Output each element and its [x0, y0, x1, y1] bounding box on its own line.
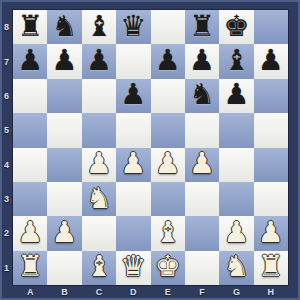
white-bishop[interactable]: ♝	[86, 252, 112, 281]
square-g2[interactable]: ♟	[219, 216, 253, 250]
square-d4[interactable]: ♟	[116, 148, 150, 182]
square-b8[interactable]: ♞	[47, 10, 81, 44]
black-pawn[interactable]: ♟	[120, 80, 146, 109]
chess-board-frame: 8 7 6 5 4 3 2 1 ♜♞♝♛♜♚♟♟♟♟♟♝♟♟♞♟♟♟♟♟♞♟♟♝…	[0, 0, 300, 300]
white-pawn[interactable]: ♟	[120, 149, 146, 178]
rank-label-4: 4	[0, 148, 13, 182]
square-c4[interactable]: ♟	[82, 148, 116, 182]
white-bishop[interactable]: ♝	[155, 218, 181, 247]
white-rook[interactable]: ♜	[258, 252, 284, 281]
black-pawn[interactable]: ♟	[155, 46, 181, 75]
white-pawn[interactable]: ♟	[86, 149, 112, 178]
square-c7[interactable]: ♟	[82, 44, 116, 78]
square-a6[interactable]	[13, 79, 47, 113]
square-g7[interactable]: ♝	[219, 44, 253, 78]
file-label-h: H	[254, 284, 288, 300]
white-pawn[interactable]: ♟	[17, 218, 43, 247]
square-b7[interactable]: ♟	[47, 44, 81, 78]
black-pawn[interactable]: ♟	[189, 46, 215, 75]
square-d5[interactable]	[116, 113, 150, 147]
square-g6[interactable]: ♟	[219, 79, 253, 113]
square-e6[interactable]	[151, 79, 185, 113]
square-h1[interactable]: ♜	[254, 251, 288, 285]
rank-label-8: 8	[0, 10, 13, 44]
square-e7[interactable]: ♟	[151, 44, 185, 78]
square-e2[interactable]: ♝	[151, 216, 185, 250]
file-label-f: F	[185, 284, 219, 300]
square-g1[interactable]: ♞	[219, 251, 253, 285]
square-e1[interactable]: ♚	[151, 251, 185, 285]
file-label-g: G	[219, 284, 253, 300]
square-d6[interactable]: ♟	[116, 79, 150, 113]
square-c3[interactable]: ♞	[82, 182, 116, 216]
white-pawn[interactable]: ♟	[52, 218, 78, 247]
square-f5[interactable]	[185, 113, 219, 147]
square-b5[interactable]	[47, 113, 81, 147]
square-e4[interactable]: ♟	[151, 148, 185, 182]
white-pawn[interactable]: ♟	[189, 149, 215, 178]
square-a7[interactable]: ♟	[13, 44, 47, 78]
square-a5[interactable]	[13, 113, 47, 147]
square-b6[interactable]	[47, 79, 81, 113]
black-bishop[interactable]: ♝	[86, 12, 112, 41]
square-f1[interactable]	[185, 251, 219, 285]
square-c2[interactable]	[82, 216, 116, 250]
black-king[interactable]: ♚	[223, 12, 249, 41]
rank-label-3: 3	[0, 182, 13, 216]
file-label-d: D	[116, 284, 150, 300]
black-knight[interactable]: ♞	[189, 80, 215, 109]
black-rook[interactable]: ♜	[17, 12, 43, 41]
square-c6[interactable]	[82, 79, 116, 113]
square-g8[interactable]: ♚	[219, 10, 253, 44]
black-pawn[interactable]: ♟	[17, 46, 43, 75]
square-g5[interactable]	[219, 113, 253, 147]
square-g3[interactable]	[219, 182, 253, 216]
file-labels: A B C D E F G H	[13, 284, 288, 300]
square-h3[interactable]	[254, 182, 288, 216]
square-c1[interactable]: ♝	[82, 251, 116, 285]
square-c8[interactable]: ♝	[82, 10, 116, 44]
square-g4[interactable]	[219, 148, 253, 182]
square-b3[interactable]	[47, 182, 81, 216]
square-b2[interactable]: ♟	[47, 216, 81, 250]
square-b4[interactable]	[47, 148, 81, 182]
white-knight[interactable]: ♞	[223, 252, 249, 281]
square-a3[interactable]	[13, 182, 47, 216]
black-rook[interactable]: ♜	[189, 12, 215, 41]
square-d1[interactable]: ♛	[116, 251, 150, 285]
square-d7[interactable]	[116, 44, 150, 78]
square-e5[interactable]	[151, 113, 185, 147]
square-h8[interactable]	[254, 10, 288, 44]
square-d8[interactable]: ♛	[116, 10, 150, 44]
file-label-c: C	[82, 284, 116, 300]
square-f2[interactable]	[185, 216, 219, 250]
black-knight[interactable]: ♞	[52, 12, 78, 41]
rank-label-1: 1	[0, 251, 13, 285]
black-pawn[interactable]: ♟	[52, 46, 78, 75]
file-label-a: A	[13, 284, 47, 300]
rank-label-6: 6	[0, 79, 13, 113]
square-h2[interactable]: ♟	[254, 216, 288, 250]
white-knight[interactable]: ♞	[86, 184, 112, 213]
square-f6[interactable]: ♞	[185, 79, 219, 113]
square-h4[interactable]	[254, 148, 288, 182]
square-h7[interactable]: ♟	[254, 44, 288, 78]
black-pawn[interactable]: ♟	[223, 80, 249, 109]
square-a4[interactable]	[13, 148, 47, 182]
square-h5[interactable]	[254, 113, 288, 147]
square-c5[interactable]	[82, 113, 116, 147]
black-bishop[interactable]: ♝	[223, 46, 249, 75]
chess-board[interactable]: ♜♞♝♛♜♚♟♟♟♟♟♝♟♟♞♟♟♟♟♟♞♟♟♝♟♟♜♝♛♚♞♜	[13, 10, 288, 285]
square-h6[interactable]	[254, 79, 288, 113]
white-rook[interactable]: ♜	[17, 252, 43, 281]
white-pawn[interactable]: ♟	[223, 218, 249, 247]
white-pawn[interactable]: ♟	[155, 149, 181, 178]
file-label-b: B	[47, 284, 81, 300]
square-d2[interactable]	[116, 216, 150, 250]
square-f7[interactable]: ♟	[185, 44, 219, 78]
square-e3[interactable]	[151, 182, 185, 216]
white-king[interactable]: ♚	[155, 252, 181, 281]
file-label-e: E	[151, 284, 185, 300]
rank-label-5: 5	[0, 113, 13, 147]
square-b1[interactable]	[47, 251, 81, 285]
black-queen[interactable]: ♛	[120, 12, 146, 41]
rank-label-2: 2	[0, 216, 13, 250]
square-e8[interactable]	[151, 10, 185, 44]
square-f4[interactable]: ♟	[185, 148, 219, 182]
rank-labels: 8 7 6 5 4 3 2 1	[0, 10, 13, 285]
square-d3[interactable]	[116, 182, 150, 216]
square-f3[interactable]	[185, 182, 219, 216]
rank-label-7: 7	[0, 44, 13, 78]
square-a8[interactable]: ♜	[13, 10, 47, 44]
white-pawn[interactable]: ♟	[258, 218, 284, 247]
white-queen[interactable]: ♛	[120, 252, 146, 281]
black-pawn[interactable]: ♟	[258, 46, 284, 75]
black-pawn[interactable]: ♟	[86, 46, 112, 75]
square-a1[interactable]: ♜	[13, 251, 47, 285]
square-a2[interactable]: ♟	[13, 216, 47, 250]
square-f8[interactable]: ♜	[185, 10, 219, 44]
